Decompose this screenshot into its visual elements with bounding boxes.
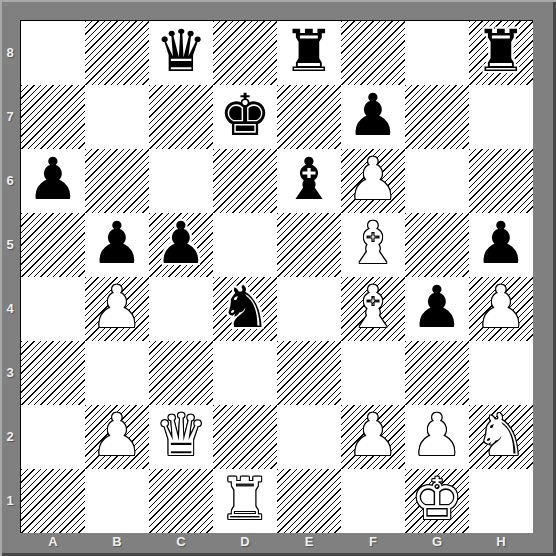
square-h8[interactable]: ♜	[469, 21, 533, 85]
piece-black-rook: ♜	[283, 22, 335, 80]
piece-black-pawn: ♟	[155, 214, 207, 272]
square-c6[interactable]	[149, 149, 213, 213]
rank-label-4: 4	[0, 277, 20, 341]
piece-white-knight: ♞	[475, 406, 527, 464]
square-f8[interactable]	[341, 21, 405, 85]
rank-label-7: 7	[0, 85, 20, 149]
square-g8[interactable]	[405, 21, 469, 85]
square-b7[interactable]	[85, 85, 149, 149]
piece-white-pawn: ♟	[91, 406, 143, 464]
square-e1[interactable]	[277, 469, 341, 533]
square-c3[interactable]	[149, 341, 213, 405]
square-h1[interactable]	[469, 469, 533, 533]
square-e3[interactable]	[277, 341, 341, 405]
piece-white-pawn: ♟	[475, 278, 527, 336]
file-label-b: B	[85, 533, 149, 553]
piece-black-bishop: ♝	[283, 150, 335, 208]
square-a8[interactable]	[21, 21, 85, 85]
board-frame: 87654321 ♛♜♜♚♟♟♝♟♟♟♝♟♟♞♝♟♟♟♛♟♟♞♜♚ ABCDEF…	[0, 0, 556, 556]
square-d5[interactable]	[213, 213, 277, 277]
rank-label-3: 3	[0, 341, 20, 405]
piece-black-pawn: ♟	[347, 86, 399, 144]
rank-label-8: 8	[0, 21, 20, 85]
piece-white-bishop: ♝	[347, 278, 399, 336]
square-b1[interactable]	[85, 469, 149, 533]
square-f7[interactable]: ♟	[341, 85, 405, 149]
piece-white-queen: ♛	[155, 406, 207, 464]
square-d1[interactable]: ♜	[213, 469, 277, 533]
square-a2[interactable]	[21, 405, 85, 469]
square-g7[interactable]	[405, 85, 469, 149]
square-h3[interactable]	[469, 341, 533, 405]
square-g4[interactable]: ♟	[405, 277, 469, 341]
square-b6[interactable]	[85, 149, 149, 213]
square-h6[interactable]	[469, 149, 533, 213]
square-b5[interactable]: ♟	[85, 213, 149, 277]
piece-white-pawn: ♟	[411, 406, 463, 464]
square-c5[interactable]: ♟	[149, 213, 213, 277]
piece-black-pawn: ♟	[411, 278, 463, 336]
piece-black-pawn: ♟	[91, 214, 143, 272]
piece-white-rook: ♜	[219, 470, 271, 528]
square-h4[interactable]: ♟	[469, 277, 533, 341]
piece-black-pawn: ♟	[475, 214, 527, 272]
square-a3[interactable]	[21, 341, 85, 405]
square-c8[interactable]: ♛	[149, 21, 213, 85]
square-f6[interactable]: ♟	[341, 149, 405, 213]
file-label-h: H	[469, 533, 533, 553]
file-label-a: A	[21, 533, 85, 553]
square-e7[interactable]	[277, 85, 341, 149]
square-c2[interactable]: ♛	[149, 405, 213, 469]
file-labels: ABCDEFGH	[21, 533, 533, 553]
square-d6[interactable]	[213, 149, 277, 213]
square-a5[interactable]	[21, 213, 85, 277]
square-h2[interactable]: ♞	[469, 405, 533, 469]
square-g2[interactable]: ♟	[405, 405, 469, 469]
rank-label-6: 6	[0, 149, 20, 213]
piece-black-king: ♚	[219, 86, 271, 144]
piece-white-king: ♚	[411, 470, 463, 528]
square-d7[interactable]: ♚	[213, 85, 277, 149]
square-b8[interactable]	[85, 21, 149, 85]
square-d4[interactable]: ♞	[213, 277, 277, 341]
file-label-e: E	[277, 533, 341, 553]
piece-white-pawn: ♟	[347, 406, 399, 464]
file-label-d: D	[213, 533, 277, 553]
square-d3[interactable]	[213, 341, 277, 405]
piece-white-bishop: ♝	[347, 214, 399, 272]
square-f2[interactable]: ♟	[341, 405, 405, 469]
rank-label-1: 1	[0, 469, 20, 533]
square-f3[interactable]	[341, 341, 405, 405]
square-g3[interactable]	[405, 341, 469, 405]
square-b4[interactable]: ♟	[85, 277, 149, 341]
rank-label-2: 2	[0, 405, 20, 469]
file-label-g: G	[405, 533, 469, 553]
square-f1[interactable]	[341, 469, 405, 533]
square-e5[interactable]	[277, 213, 341, 277]
piece-white-pawn: ♟	[347, 150, 399, 208]
piece-black-rook: ♜	[475, 22, 527, 80]
square-a7[interactable]	[21, 85, 85, 149]
square-b3[interactable]	[85, 341, 149, 405]
file-label-c: C	[149, 533, 213, 553]
piece-black-pawn: ♟	[27, 150, 79, 208]
piece-white-pawn: ♟	[91, 278, 143, 336]
chess-board: ♛♜♜♚♟♟♝♟♟♟♝♟♟♞♝♟♟♟♛♟♟♞♜♚	[20, 20, 533, 533]
square-d2[interactable]	[213, 405, 277, 469]
square-h5[interactable]: ♟	[469, 213, 533, 277]
square-c1[interactable]	[149, 469, 213, 533]
square-h7[interactable]	[469, 85, 533, 149]
square-a1[interactable]	[21, 469, 85, 533]
square-f4[interactable]: ♝	[341, 277, 405, 341]
piece-black-knight: ♞	[219, 278, 271, 336]
square-d8[interactable]	[213, 21, 277, 85]
square-a6[interactable]: ♟	[21, 149, 85, 213]
square-c4[interactable]	[149, 277, 213, 341]
square-c7[interactable]	[149, 85, 213, 149]
rank-label-5: 5	[0, 213, 20, 277]
square-g5[interactable]	[405, 213, 469, 277]
square-e6[interactable]: ♝	[277, 149, 341, 213]
square-e4[interactable]	[277, 277, 341, 341]
file-label-f: F	[341, 533, 405, 553]
rank-labels: 87654321	[0, 21, 20, 533]
square-b2[interactable]: ♟	[85, 405, 149, 469]
square-g6[interactable]	[405, 149, 469, 213]
square-a4[interactable]	[21, 277, 85, 341]
square-g1[interactable]: ♚	[405, 469, 469, 533]
square-f5[interactable]: ♝	[341, 213, 405, 277]
piece-black-queen: ♛	[155, 22, 207, 80]
square-e2[interactable]	[277, 405, 341, 469]
square-e8[interactable]: ♜	[277, 21, 341, 85]
